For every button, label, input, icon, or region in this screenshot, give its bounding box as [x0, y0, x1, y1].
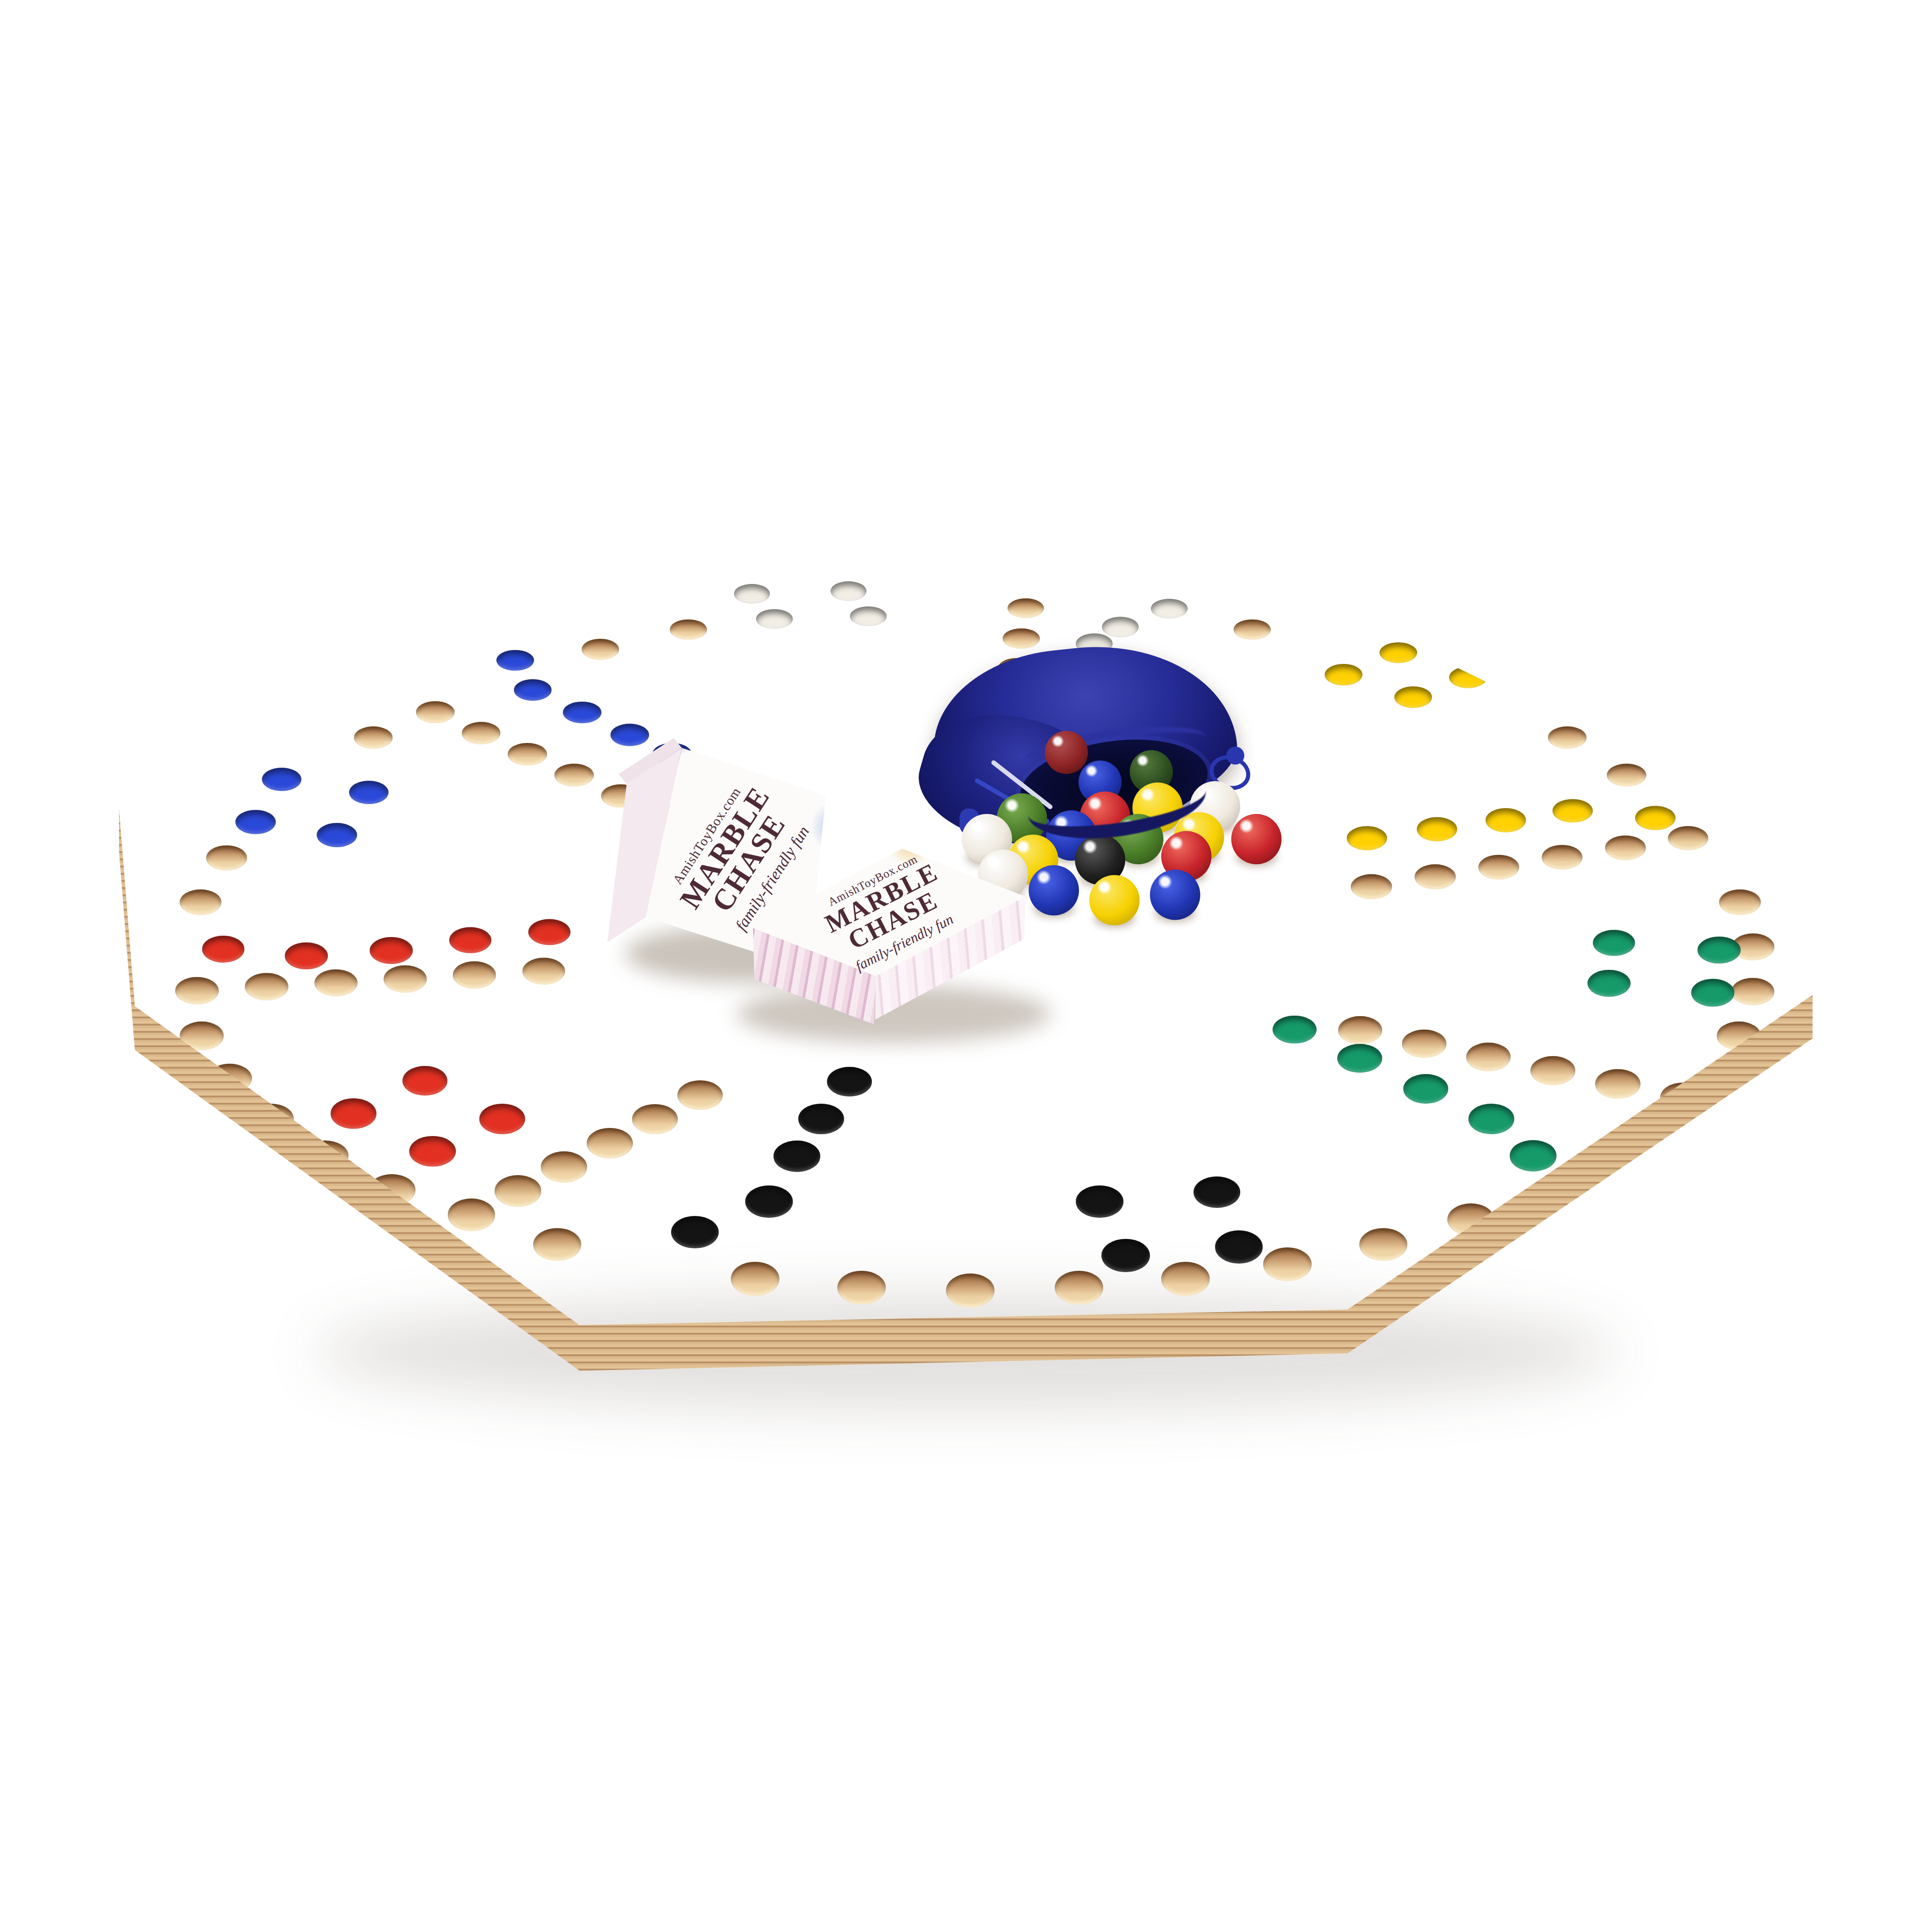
hole-green-start-cluster-1[interactable]	[1593, 930, 1636, 956]
hole-black-start-cluster-1[interactable]	[1076, 1185, 1123, 1217]
hole-blue-home-row-2[interactable]	[514, 679, 552, 701]
hole-blue-start-cluster-3[interactable]	[235, 810, 276, 834]
hole-track-arm-1-1[interactable]	[1008, 598, 1044, 619]
hole-track-arm-3-6[interactable]	[1351, 874, 1392, 899]
hole-track-arm-3-2[interactable]	[1605, 836, 1646, 860]
hole-track-ring-3[interactable]	[354, 726, 393, 749]
hole-black-home-row-4[interactable]	[745, 1185, 792, 1217]
hole-white-start-cluster-4[interactable]	[850, 606, 887, 627]
hole-track-arm-2-3[interactable]	[508, 743, 547, 766]
hole-track-ring-18[interactable]	[946, 1273, 995, 1308]
marble-red-13[interactable]	[1231, 814, 1282, 864]
hole-track-arm-5-1[interactable]	[448, 1198, 495, 1231]
hole-yellow-home-row-1[interactable]	[1635, 806, 1676, 830]
hole-green-start-cluster-3[interactable]	[1587, 970, 1631, 997]
hole-track-ring-1[interactable]	[180, 889, 221, 915]
hole-red-start-cluster-3[interactable]	[479, 1104, 525, 1134]
hole-track-arm-6-6[interactable]	[522, 958, 566, 985]
hole-track-arm-6-3[interactable]	[314, 969, 358, 997]
drawstring-knot	[1226, 747, 1244, 765]
hole-red-home-row-3[interactable]	[370, 937, 412, 964]
hole-green-home-row-3[interactable]	[1403, 1074, 1449, 1104]
hole-yellow-home-row-4[interactable]	[1417, 817, 1457, 841]
hole-blue-home-row-3[interactable]	[563, 702, 601, 724]
hole-green-home-row-5[interactable]	[1273, 1016, 1317, 1044]
hole-black-start-cluster-2[interactable]	[1194, 1176, 1241, 1208]
hole-black-start-cluster-3[interactable]	[1101, 1239, 1149, 1272]
hole-track-arm-2-1[interactable]	[416, 701, 455, 723]
hole-track-ring-15[interactable]	[1263, 1247, 1312, 1281]
hole-track-ring-5[interactable]	[670, 619, 707, 640]
hole-yellow-home-row-3[interactable]	[1485, 808, 1526, 832]
hole-red-home-row-4[interactable]	[449, 927, 492, 954]
hole-red-start-cluster-2[interactable]	[331, 1098, 376, 1128]
hole-yellow-start-cluster-2[interactable]	[1325, 664, 1362, 685]
hole-track-arm-5-2[interactable]	[495, 1175, 542, 1207]
hole-black-home-row-1[interactable]	[827, 1067, 872, 1096]
hole-track-arm-2-2[interactable]	[462, 722, 500, 744]
hole-track-arm-3-5[interactable]	[1415, 864, 1456, 889]
hole-track-arm-4-2[interactable]	[1595, 1069, 1640, 1099]
hole-green-home-row-4[interactable]	[1337, 1044, 1382, 1073]
hole-black-start-cluster-4[interactable]	[1215, 1230, 1263, 1264]
hole-track-ring-4[interactable]	[582, 639, 619, 659]
hole-track-ring-14[interactable]	[1359, 1228, 1407, 1261]
hole-black-home-row-5[interactable]	[671, 1216, 719, 1249]
hole-track-arm-6-1[interactable]	[175, 977, 219, 1004]
hole-track-ring-8[interactable]	[1607, 764, 1646, 787]
hole-track-ring-11[interactable]	[1731, 978, 1775, 1005]
hole-track-ring-17[interactable]	[1055, 1271, 1104, 1305]
hole-blue-home-row-1[interactable]	[496, 650, 534, 671]
hole-yellow-home-row-5[interactable]	[1347, 826, 1388, 850]
hole-track-arm-5-6[interactable]	[677, 1080, 723, 1110]
hole-red-home-row-2[interactable]	[285, 942, 327, 969]
hole-track-arm-3-4[interactable]	[1478, 855, 1520, 880]
hole-track-ring-16[interactable]	[1161, 1262, 1210, 1295]
hole-track-arm-6-4[interactable]	[384, 965, 427, 993]
hole-yellow-start-cluster-3[interactable]	[1449, 667, 1487, 688]
hole-track-arm-5-4[interactable]	[587, 1128, 633, 1158]
hole-track-arm-5-5[interactable]	[632, 1104, 678, 1134]
hole-green-start-cluster-2[interactable]	[1698, 937, 1740, 963]
hole-red-start-cluster-4[interactable]	[409, 1136, 455, 1167]
hole-track-ring-20[interactable]	[731, 1262, 779, 1295]
hole-track-arm-4-6[interactable]	[1338, 1016, 1382, 1044]
hole-yellow-home-row-2[interactable]	[1552, 799, 1592, 823]
hole-red-home-row-5[interactable]	[528, 919, 570, 945]
marble-blue-19[interactable]	[1150, 870, 1200, 920]
marble-dark_red-3[interactable]	[1045, 731, 1088, 774]
hole-green-start-cluster-4[interactable]	[1691, 979, 1735, 1006]
hole-blue-start-cluster-1[interactable]	[262, 768, 301, 791]
hole-track-arm-3-3[interactable]	[1542, 845, 1583, 870]
hole-black-home-row-3[interactable]	[774, 1141, 820, 1172]
hole-white-start-cluster-3[interactable]	[756, 609, 793, 629]
card-deck-lying[interactable]: AmishToyBox.com MARBLE CHASE family-frie…	[732, 836, 1056, 1043]
hole-track-ring-9[interactable]	[1719, 889, 1761, 915]
product-photo: AmishToyBox.com MARBLE CHASE family-frie…	[0, 0, 1932, 1932]
hole-track-arm-4-4[interactable]	[1466, 1043, 1511, 1071]
hole-track-arm-5-3[interactable]	[541, 1151, 588, 1183]
hole-track-ring-7[interactable]	[1548, 726, 1587, 749]
hole-track-arm-2-4[interactable]	[554, 764, 594, 787]
hole-black-home-row-2[interactable]	[798, 1104, 844, 1134]
hole-track-ring-21[interactable]	[533, 1228, 581, 1261]
hole-white-start-cluster-1[interactable]	[734, 584, 770, 604]
hole-red-start-cluster-1[interactable]	[402, 1066, 447, 1095]
marble-yellow-18[interactable]	[1089, 875, 1140, 925]
hole-track-arm-4-5[interactable]	[1402, 1030, 1446, 1058]
hole-track-arm-6-5[interactable]	[453, 961, 496, 988]
hole-track-ring-2[interactable]	[206, 845, 247, 870]
hole-white-start-cluster-2[interactable]	[831, 581, 867, 601]
hole-green-home-row-2[interactable]	[1468, 1104, 1514, 1134]
hole-white-home-row-1[interactable]	[1151, 599, 1187, 619]
hole-red-home-row-1[interactable]	[202, 936, 245, 962]
hole-yellow-start-cluster-1[interactable]	[1379, 642, 1417, 663]
hole-track-arm-3-1[interactable]	[1668, 826, 1709, 850]
hole-green-home-row-1[interactable]	[1510, 1140, 1556, 1171]
hole-yellow-start-cluster-4[interactable]	[1394, 686, 1432, 708]
hole-blue-start-cluster-2[interactable]	[349, 781, 389, 804]
hole-blue-start-cluster-4[interactable]	[317, 823, 357, 847]
hole-track-ring-19[interactable]	[837, 1271, 886, 1305]
hole-track-arm-6-2[interactable]	[245, 973, 288, 1000]
photo-stage: AmishToyBox.com MARBLE CHASE family-frie…	[0, 0, 1932, 1932]
hole-track-arm-4-3[interactable]	[1530, 1056, 1575, 1085]
